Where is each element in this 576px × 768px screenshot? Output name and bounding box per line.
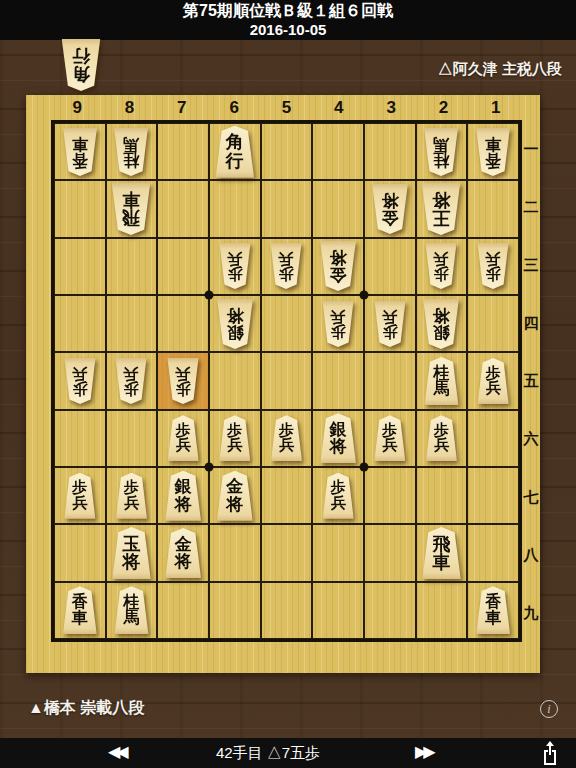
gote-piece[interactable]: 金将 bbox=[319, 241, 357, 291]
file-label: 7 bbox=[156, 95, 208, 120]
piece-kanji: 歩兵 bbox=[322, 301, 355, 347]
gote-piece[interactable]: 角行 bbox=[61, 39, 102, 91]
board-square[interactable]: 歩兵 bbox=[209, 238, 261, 295]
gote-piece[interactable]: 香車 bbox=[62, 128, 98, 176]
move-counter-label: 42手目 △7五歩 bbox=[0, 738, 536, 768]
sente-piece[interactable]: 歩兵 bbox=[63, 473, 96, 519]
sente-piece[interactable]: 銀将 bbox=[164, 471, 202, 521]
board-square[interactable] bbox=[364, 123, 416, 180]
sente-piece[interactable]: 香車 bbox=[62, 586, 98, 634]
piece-kanji: 銀将 bbox=[164, 471, 202, 521]
piece-kanji: 角行 bbox=[61, 39, 102, 91]
shogi-board: 987654321 一二三四五六七八九 香車桂馬角行桂馬香車飛車金将王将歩兵歩兵… bbox=[26, 95, 540, 673]
board-square[interactable] bbox=[312, 180, 364, 237]
sente-piece[interactable]: 歩兵 bbox=[167, 415, 200, 461]
board-square[interactable] bbox=[106, 295, 158, 352]
rank-label: 六 bbox=[522, 410, 540, 468]
sente-piece[interactable]: 金将 bbox=[216, 471, 254, 521]
piece-kanji: 歩兵 bbox=[477, 243, 510, 289]
gote-piece[interactable]: 金将 bbox=[371, 184, 409, 234]
piece-kanji: 歩兵 bbox=[115, 358, 148, 404]
gote-piece[interactable]: 歩兵 bbox=[167, 358, 200, 404]
gote-piece[interactable]: 香車 bbox=[475, 128, 511, 176]
piece-kanji: 銀将 bbox=[319, 413, 357, 463]
piece-kanji: 香車 bbox=[475, 128, 511, 176]
gote-piece[interactable]: 歩兵 bbox=[322, 301, 355, 347]
piece-kanji: 金将 bbox=[319, 241, 357, 291]
share-icon[interactable] bbox=[540, 741, 560, 765]
title-bar: 第75期順位戦Ｂ級１組６回戦 2016-10-05 bbox=[0, 0, 576, 40]
rank-labels: 一二三四五六七八九 bbox=[522, 120, 540, 642]
board-square[interactable]: 玉将 bbox=[106, 524, 158, 581]
piece-kanji: 桂馬 bbox=[423, 128, 459, 176]
file-label: 5 bbox=[260, 95, 312, 120]
gote-piece[interactable]: 王将 bbox=[421, 183, 462, 235]
board-square[interactable]: 桂馬 bbox=[106, 123, 158, 180]
piece-kanji: 香車 bbox=[62, 128, 98, 176]
piece-kanji: 銀将 bbox=[422, 299, 460, 349]
piece-kanji: 桂馬 bbox=[113, 586, 149, 634]
piece-kanji: 歩兵 bbox=[167, 415, 200, 461]
board-square[interactable]: 飛車 bbox=[106, 180, 158, 237]
piece-kanji: 歩兵 bbox=[322, 473, 355, 519]
board-square[interactable] bbox=[467, 180, 519, 237]
piece-kanji: 歩兵 bbox=[115, 473, 148, 519]
sente-piece[interactable]: 歩兵 bbox=[477, 358, 510, 404]
board-square[interactable]: 歩兵 bbox=[54, 467, 106, 524]
board-square[interactable] bbox=[106, 410, 158, 467]
file-labels: 987654321 bbox=[51, 95, 522, 120]
piece-kanji: 歩兵 bbox=[477, 358, 510, 404]
board-square[interactable]: 香車 bbox=[467, 123, 519, 180]
board-square[interactable] bbox=[157, 238, 209, 295]
rank-label: 七 bbox=[522, 468, 540, 526]
board-square[interactable] bbox=[312, 582, 364, 639]
board-square[interactable] bbox=[467, 295, 519, 352]
board-square[interactable]: 銀将 bbox=[209, 295, 261, 352]
piece-kanji: 歩兵 bbox=[218, 415, 251, 461]
sente-piece[interactable]: 桂馬 bbox=[423, 357, 459, 405]
board-square[interactable]: 桂馬 bbox=[416, 123, 468, 180]
piece-kanji: 桂馬 bbox=[423, 357, 459, 405]
piece-kanji: 歩兵 bbox=[425, 415, 458, 461]
piece-kanji: 桂馬 bbox=[113, 128, 149, 176]
board-square[interactable] bbox=[157, 123, 209, 180]
piece-kanji: 香車 bbox=[62, 586, 98, 634]
rank-label: 九 bbox=[522, 584, 540, 642]
board-square[interactable]: 歩兵 bbox=[157, 352, 209, 409]
gote-piece[interactable]: 歩兵 bbox=[63, 358, 96, 404]
board-square[interactable] bbox=[261, 295, 313, 352]
board-square[interactable]: 香車 bbox=[54, 582, 106, 639]
star-point bbox=[359, 463, 368, 472]
piece-kanji: 歩兵 bbox=[218, 243, 251, 289]
gote-piece[interactable]: 歩兵 bbox=[477, 243, 510, 289]
file-label: 4 bbox=[313, 95, 365, 120]
board-square[interactable] bbox=[54, 238, 106, 295]
board-square[interactable] bbox=[467, 410, 519, 467]
board-square[interactable]: 歩兵 bbox=[467, 238, 519, 295]
sente-piece[interactable]: 飛車 bbox=[421, 527, 462, 579]
piece-kanji: 歩兵 bbox=[63, 473, 96, 519]
piece-kanji: 金将 bbox=[164, 528, 202, 578]
board-square[interactable] bbox=[416, 467, 468, 524]
file-label: 9 bbox=[51, 95, 103, 120]
board-square[interactable]: 香車 bbox=[54, 123, 106, 180]
piece-kanji: 歩兵 bbox=[270, 243, 303, 289]
board-square[interactable] bbox=[261, 123, 313, 180]
board-square[interactable]: 歩兵 bbox=[467, 352, 519, 409]
board-square[interactable] bbox=[416, 582, 468, 639]
piece-kanji: 香車 bbox=[475, 586, 511, 634]
gote-hand-stand[interactable]: 角行 bbox=[58, 37, 104, 93]
sente-player-name: ▲橋本 崇載八段 bbox=[28, 698, 144, 719]
sente-piece[interactable]: 歩兵 bbox=[373, 415, 406, 461]
board-square[interactable] bbox=[312, 352, 364, 409]
board-square[interactable] bbox=[209, 352, 261, 409]
board-square[interactable] bbox=[54, 524, 106, 581]
board-square[interactable] bbox=[261, 524, 313, 581]
sente-piece[interactable]: 玉将 bbox=[111, 527, 152, 579]
sente-piece[interactable]: 歩兵 bbox=[115, 473, 148, 519]
gote-piece[interactable]: 飛車 bbox=[111, 183, 152, 235]
board-square[interactable] bbox=[364, 524, 416, 581]
game-date: 2016-10-05 bbox=[250, 21, 327, 38]
board-square[interactable]: 歩兵 bbox=[364, 295, 416, 352]
board-square[interactable] bbox=[54, 180, 106, 237]
piece-kanji: 歩兵 bbox=[373, 301, 406, 347]
board-square[interactable]: 銀将 bbox=[416, 295, 468, 352]
rank-label: 五 bbox=[522, 352, 540, 410]
board-square[interactable] bbox=[261, 582, 313, 639]
piece-kanji: 王将 bbox=[421, 183, 462, 235]
board-square[interactable]: 桂馬 bbox=[416, 352, 468, 409]
board-square[interactable]: 金将 bbox=[157, 524, 209, 581]
board-square[interactable] bbox=[209, 180, 261, 237]
board-square[interactable]: 銀将 bbox=[157, 467, 209, 524]
playback-toolbar: ◀◀ 42手目 △7五歩 ▶▶ bbox=[0, 738, 576, 768]
gote-piece[interactable]: 桂馬 bbox=[113, 128, 149, 176]
sente-piece[interactable]: 角行 bbox=[214, 126, 255, 178]
event-title: 第75期順位戦Ｂ級１組６回戦 bbox=[183, 2, 393, 20]
rank-label: 一 bbox=[522, 120, 540, 178]
board-square[interactable]: 桂馬 bbox=[106, 582, 158, 639]
board-square[interactable]: 銀将 bbox=[312, 410, 364, 467]
sente-piece[interactable]: 歩兵 bbox=[322, 473, 355, 519]
piece-kanji: 歩兵 bbox=[167, 358, 200, 404]
sente-piece[interactable]: 歩兵 bbox=[425, 415, 458, 461]
sente-piece[interactable]: 歩兵 bbox=[270, 415, 303, 461]
file-label: 3 bbox=[365, 95, 417, 120]
piece-kanji: 金将 bbox=[371, 184, 409, 234]
board-grid: 香車桂馬角行桂馬香車飛車金将王将歩兵歩兵金将歩兵歩兵銀将歩兵歩兵銀将歩兵歩兵歩兵… bbox=[51, 120, 522, 642]
board-square[interactable] bbox=[364, 467, 416, 524]
board-square[interactable] bbox=[467, 524, 519, 581]
piece-kanji: 歩兵 bbox=[63, 358, 96, 404]
rank-label: 二 bbox=[522, 178, 540, 236]
board-square[interactable] bbox=[54, 295, 106, 352]
piece-kanji: 歩兵 bbox=[425, 243, 458, 289]
board-square[interactable] bbox=[364, 238, 416, 295]
gote-piece[interactable]: 桂馬 bbox=[423, 128, 459, 176]
board-square[interactable]: 歩兵 bbox=[54, 352, 106, 409]
gote-player-name: △阿久津 主税八段 bbox=[438, 60, 562, 79]
star-point bbox=[359, 291, 368, 300]
board-square[interactable] bbox=[157, 295, 209, 352]
rank-label: 四 bbox=[522, 294, 540, 352]
star-point bbox=[204, 291, 213, 300]
board-square[interactable] bbox=[209, 582, 261, 639]
rank-label: 八 bbox=[522, 526, 540, 584]
sente-piece[interactable]: 金将 bbox=[164, 528, 202, 578]
board-square[interactable] bbox=[467, 467, 519, 524]
gote-piece[interactable]: 銀将 bbox=[216, 299, 254, 349]
board-square[interactable]: 歩兵 bbox=[416, 410, 468, 467]
board-square[interactable]: 香車 bbox=[467, 582, 519, 639]
gote-piece[interactable]: 歩兵 bbox=[218, 243, 251, 289]
gote-piece[interactable]: 銀将 bbox=[422, 299, 460, 349]
piece-kanji: 角行 bbox=[214, 126, 255, 178]
board-square[interactable]: 歩兵 bbox=[106, 467, 158, 524]
rank-label: 三 bbox=[522, 236, 540, 294]
board-square[interactable] bbox=[261, 180, 313, 237]
board-square[interactable]: 飛車 bbox=[416, 524, 468, 581]
board-square[interactable] bbox=[312, 123, 364, 180]
star-point bbox=[204, 463, 213, 472]
sente-piece[interactable]: 香車 bbox=[475, 586, 511, 634]
piece-kanji: 銀将 bbox=[216, 299, 254, 349]
board-square[interactable]: 歩兵 bbox=[416, 238, 468, 295]
board-square[interactable]: 金将 bbox=[312, 238, 364, 295]
board-square[interactable]: 金将 bbox=[364, 180, 416, 237]
sente-piece[interactable]: 歩兵 bbox=[218, 415, 251, 461]
gote-piece[interactable]: 歩兵 bbox=[270, 243, 303, 289]
piece-kanji: 金将 bbox=[216, 471, 254, 521]
piece-kanji: 歩兵 bbox=[270, 415, 303, 461]
info-icon[interactable]: i bbox=[540, 700, 558, 718]
file-label: 8 bbox=[103, 95, 155, 120]
board-square[interactable]: 歩兵 bbox=[312, 295, 364, 352]
board-square[interactable] bbox=[106, 238, 158, 295]
gote-piece[interactable]: 歩兵 bbox=[425, 243, 458, 289]
sente-piece[interactable]: 銀将 bbox=[319, 413, 357, 463]
board-square[interactable] bbox=[312, 524, 364, 581]
board-square[interactable]: 歩兵 bbox=[261, 238, 313, 295]
file-label: 2 bbox=[417, 95, 469, 120]
board-square[interactable] bbox=[157, 180, 209, 237]
board-square[interactable] bbox=[209, 524, 261, 581]
board-square[interactable] bbox=[364, 352, 416, 409]
board-square[interactable]: 歩兵 bbox=[157, 410, 209, 467]
forward-button[interactable]: ▶▶ bbox=[415, 742, 432, 761]
piece-kanji: 飛車 bbox=[421, 527, 462, 579]
piece-kanji: 玉将 bbox=[111, 527, 152, 579]
sente-piece[interactable]: 桂馬 bbox=[113, 586, 149, 634]
board-square[interactable]: 歩兵 bbox=[106, 352, 158, 409]
board-square[interactable] bbox=[364, 582, 416, 639]
board-square[interactable]: 角行 bbox=[209, 123, 261, 180]
board-square[interactable]: 金将 bbox=[209, 467, 261, 524]
piece-kanji: 歩兵 bbox=[373, 415, 406, 461]
board-square[interactable]: 歩兵 bbox=[261, 410, 313, 467]
gote-piece[interactable]: 歩兵 bbox=[373, 301, 406, 347]
board-square[interactable] bbox=[261, 352, 313, 409]
gote-piece[interactable]: 歩兵 bbox=[115, 358, 148, 404]
board-square[interactable]: 歩兵 bbox=[364, 410, 416, 467]
board-square[interactable]: 歩兵 bbox=[209, 410, 261, 467]
file-label: 6 bbox=[208, 95, 260, 120]
board-square[interactable]: 歩兵 bbox=[312, 467, 364, 524]
board-square[interactable]: 王将 bbox=[416, 180, 468, 237]
board-square[interactable] bbox=[157, 582, 209, 639]
board-square[interactable] bbox=[261, 467, 313, 524]
board-square[interactable] bbox=[54, 410, 106, 467]
piece-kanji: 飛車 bbox=[111, 183, 152, 235]
file-label: 1 bbox=[470, 95, 522, 120]
